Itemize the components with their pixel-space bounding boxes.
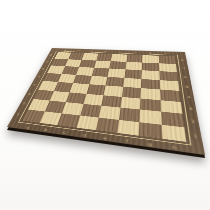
coord-label-e: e [113, 50, 128, 53]
coord-label-g: g [142, 51, 158, 54]
coord-label-f: f [127, 50, 142, 53]
coord-label-d: d [74, 130, 96, 139]
coord-label-2: 2 [187, 114, 199, 129]
coord-label-d: d [98, 50, 113, 53]
coord-label-h: h [158, 51, 174, 54]
coord-label-1: 1 [189, 128, 202, 144]
square-e1[interactable] [96, 117, 119, 133]
coord-label-c: c [54, 128, 75, 136]
photo-background: abcdefgh abcdefgh 87654321 87654321 [0, 0, 210, 210]
chess-board-wrap: abcdefgh abcdefgh 87654321 87654321 [0, 0, 210, 210]
square-f1[interactable] [117, 120, 140, 136]
coord-label-c: c [85, 49, 99, 52]
coord-label-b: b [36, 125, 57, 133]
square-h1[interactable] [161, 124, 186, 141]
square-g1[interactable] [139, 122, 162, 139]
chess-board: abcdefgh abcdefgh 87654321 87654321 [7, 48, 205, 155]
